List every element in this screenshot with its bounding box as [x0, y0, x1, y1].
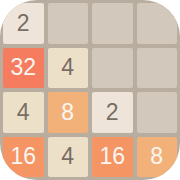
tile-2-r1c1: 2	[3, 3, 44, 44]
empty-cell-r1c2	[48, 3, 89, 44]
tile-32-r2c1: 32	[3, 48, 44, 89]
tile-4-r2c2: 4	[48, 48, 89, 89]
empty-cell-r2c3	[92, 48, 133, 89]
tile-4-r4c2: 4	[48, 137, 89, 178]
empty-cell-r2c4	[137, 48, 178, 89]
tile-16-r4c1: 16	[3, 137, 44, 178]
empty-cell-r1c4	[137, 3, 178, 44]
tile-2-r3c3: 2	[92, 92, 133, 133]
tile-8-r3c2: 8	[48, 92, 89, 133]
tile-4-r3c1: 4	[3, 92, 44, 133]
tile-16-r4c3: 16	[92, 137, 133, 178]
empty-cell-r3c4	[137, 92, 178, 133]
empty-cell-r1c3	[92, 3, 133, 44]
tile-8-r4c4: 8	[137, 137, 178, 178]
board-2048[interactable]: 2324482164168	[0, 0, 180, 180]
